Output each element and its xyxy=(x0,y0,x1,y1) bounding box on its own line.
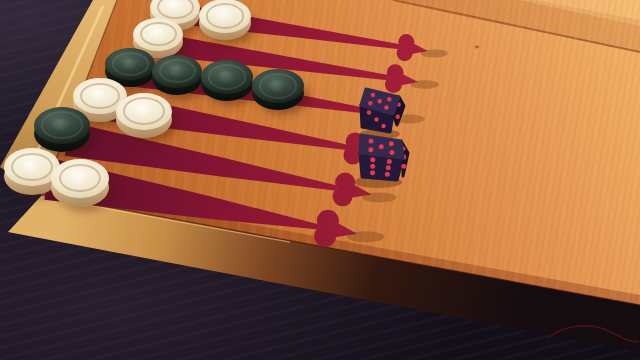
die-pip xyxy=(368,138,373,143)
die-pip xyxy=(385,172,390,177)
die-pip xyxy=(367,110,371,114)
die-pip xyxy=(374,117,378,121)
die-far[interactable] xyxy=(360,89,404,139)
die-pip xyxy=(387,97,391,101)
die-pip xyxy=(387,159,392,164)
die-pip xyxy=(370,157,375,162)
die-pip xyxy=(368,101,372,105)
die-pip xyxy=(378,99,382,103)
die-pip xyxy=(401,164,406,169)
die-pip xyxy=(370,170,375,175)
die-pip xyxy=(379,144,384,149)
die-pip xyxy=(381,124,385,128)
die-near[interactable] xyxy=(354,135,408,188)
die-pip xyxy=(396,115,400,119)
die-pip xyxy=(389,150,394,155)
die-pip xyxy=(386,165,391,170)
die-pip xyxy=(370,164,375,169)
dice-layer xyxy=(0,0,640,360)
die-pip xyxy=(368,147,373,152)
die-pip xyxy=(371,93,375,97)
backgammon-photo-scene xyxy=(0,0,640,360)
die-pip xyxy=(389,141,394,146)
die-pip xyxy=(384,105,388,109)
